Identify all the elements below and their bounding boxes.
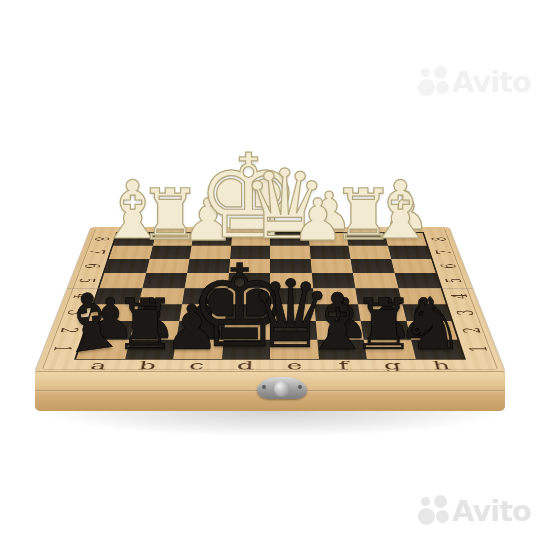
board-square[interactable]: [391, 259, 436, 273]
board-square[interactable]: [104, 259, 149, 273]
avito-logo-icon: [418, 66, 448, 98]
chess-piece-white-bishop[interactable]: ♝: [365, 171, 437, 251]
avito-watermark-text: Avito: [452, 494, 531, 528]
product-photo-chess-set: abcdefgh 87654321 87654321 ♝♜♟♚♛♟♟♜♝♟♝♟♜…: [0, 0, 540, 540]
board-square[interactable]: [351, 259, 395, 273]
board-square[interactable]: [146, 259, 190, 273]
avito-logo-icon: [418, 495, 448, 527]
avito-watermark-text: Avito: [452, 65, 531, 99]
rank-label: 6: [431, 259, 467, 273]
clasp-knob: [274, 381, 290, 397]
box-front-side: [35, 371, 505, 411]
rank-label: 6: [73, 259, 109, 273]
clasp-screw-right: [298, 385, 302, 389]
avito-watermark-top: Avito: [418, 64, 538, 100]
avito-watermark-bottom: Avito: [418, 493, 538, 529]
chess-piece-black-knight[interactable]: ♞: [400, 288, 465, 360]
clasp-screw-left: [262, 385, 266, 389]
metal-clasp: [257, 377, 307, 399]
